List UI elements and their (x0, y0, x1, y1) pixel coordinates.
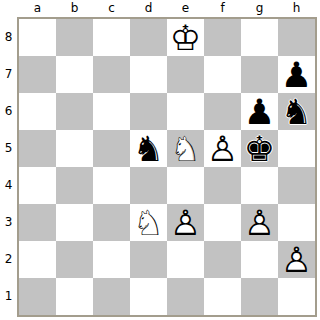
square-c6[interactable] (93, 93, 130, 130)
square-g2[interactable] (241, 241, 278, 278)
square-c3[interactable] (93, 204, 130, 241)
square-g3[interactable]: ♟♙ (241, 204, 278, 241)
square-c2[interactable] (93, 241, 130, 278)
square-a2[interactable] (19, 241, 56, 278)
square-c5[interactable] (93, 130, 130, 167)
square-e3[interactable]: ♟♙ (167, 204, 204, 241)
square-b8[interactable] (56, 19, 93, 56)
file-label-c: c (93, 0, 130, 17)
square-c4[interactable] (93, 167, 130, 204)
square-d4[interactable] (130, 167, 167, 204)
square-c8[interactable] (93, 19, 130, 56)
chess-diagram: abcdefgh 87654321 ♚♔♟♟♞♞♞♘♟♙♚♞♘♟♙♟♙♟♙ (0, 0, 320, 320)
piece-black-knight[interactable]: ♞ (278, 93, 315, 130)
square-d8[interactable] (130, 19, 167, 56)
rank-label-6: 6 (0, 93, 17, 130)
square-g8[interactable] (241, 19, 278, 56)
rank-labels: 87654321 (0, 19, 17, 315)
square-h1[interactable] (278, 278, 315, 315)
rank-label-3: 3 (0, 204, 17, 241)
square-a8[interactable] (19, 19, 56, 56)
file-label-d: d (130, 0, 167, 17)
square-c7[interactable] (93, 56, 130, 93)
square-d6[interactable] (130, 93, 167, 130)
square-b2[interactable] (56, 241, 93, 278)
square-f3[interactable] (204, 204, 241, 241)
square-e6[interactable] (167, 93, 204, 130)
square-b3[interactable] (56, 204, 93, 241)
file-label-b: b (56, 0, 93, 17)
square-a7[interactable] (19, 56, 56, 93)
square-d5[interactable]: ♞ (130, 130, 167, 167)
file-label-g: g (241, 0, 278, 17)
square-e5[interactable]: ♞♘ (167, 130, 204, 167)
piece-black-king[interactable]: ♚ (241, 130, 278, 167)
piece-black-pawn[interactable]: ♟ (278, 56, 315, 93)
square-a3[interactable] (19, 204, 56, 241)
square-h3[interactable] (278, 204, 315, 241)
square-b1[interactable] (56, 278, 93, 315)
square-h2[interactable]: ♟♙ (278, 241, 315, 278)
rank-label-5: 5 (0, 130, 17, 167)
square-f4[interactable] (204, 167, 241, 204)
square-e8[interactable]: ♚♔ (167, 19, 204, 56)
piece-white-knight[interactable]: ♘ (167, 130, 204, 167)
square-f2[interactable] (204, 241, 241, 278)
square-e1[interactable] (167, 278, 204, 315)
square-c1[interactable] (93, 278, 130, 315)
piece-white-pawn[interactable]: ♙ (278, 241, 315, 278)
rank-label-1: 1 (0, 278, 17, 315)
board-frame: ♚♔♟♟♞♞♞♘♟♙♚♞♘♟♙♟♙♟♙ (17, 17, 317, 317)
rank-label-4: 4 (0, 167, 17, 204)
square-h7[interactable]: ♟ (278, 56, 315, 93)
square-e2[interactable] (167, 241, 204, 278)
square-g1[interactable] (241, 278, 278, 315)
board: ♚♔♟♟♞♞♞♘♟♙♚♞♘♟♙♟♙♟♙ (19, 19, 315, 315)
square-d2[interactable] (130, 241, 167, 278)
square-g7[interactable] (241, 56, 278, 93)
square-b6[interactable] (56, 93, 93, 130)
square-h5[interactable] (278, 130, 315, 167)
rank-label-2: 2 (0, 241, 17, 278)
square-g5[interactable]: ♚ (241, 130, 278, 167)
piece-black-knight[interactable]: ♞ (130, 130, 167, 167)
square-h4[interactable] (278, 167, 315, 204)
square-a6[interactable] (19, 93, 56, 130)
square-h6[interactable]: ♞ (278, 93, 315, 130)
file-labels: abcdefgh (19, 0, 315, 17)
square-e4[interactable] (167, 167, 204, 204)
rank-label-7: 7 (0, 56, 17, 93)
piece-white-knight[interactable]: ♘ (130, 204, 167, 241)
square-g6[interactable]: ♟ (241, 93, 278, 130)
square-b5[interactable] (56, 130, 93, 167)
square-a5[interactable] (19, 130, 56, 167)
piece-white-pawn[interactable]: ♙ (204, 130, 241, 167)
file-label-a: a (19, 0, 56, 17)
file-label-h: h (278, 0, 315, 17)
square-f7[interactable] (204, 56, 241, 93)
square-d3[interactable]: ♞♘ (130, 204, 167, 241)
square-f8[interactable] (204, 19, 241, 56)
file-label-e: e (167, 0, 204, 17)
piece-white-king[interactable]: ♔ (167, 19, 204, 56)
square-g4[interactable] (241, 167, 278, 204)
piece-white-pawn[interactable]: ♙ (241, 204, 278, 241)
square-d1[interactable] (130, 278, 167, 315)
square-f5[interactable]: ♟♙ (204, 130, 241, 167)
square-e7[interactable] (167, 56, 204, 93)
square-h8[interactable] (278, 19, 315, 56)
piece-black-pawn[interactable]: ♟ (241, 93, 278, 130)
square-f1[interactable] (204, 278, 241, 315)
square-d7[interactable] (130, 56, 167, 93)
piece-white-pawn[interactable]: ♙ (167, 204, 204, 241)
file-label-f: f (204, 0, 241, 17)
square-b7[interactable] (56, 56, 93, 93)
square-f6[interactable] (204, 93, 241, 130)
square-a4[interactable] (19, 167, 56, 204)
square-a1[interactable] (19, 278, 56, 315)
rank-label-8: 8 (0, 19, 17, 56)
square-b4[interactable] (56, 167, 93, 204)
